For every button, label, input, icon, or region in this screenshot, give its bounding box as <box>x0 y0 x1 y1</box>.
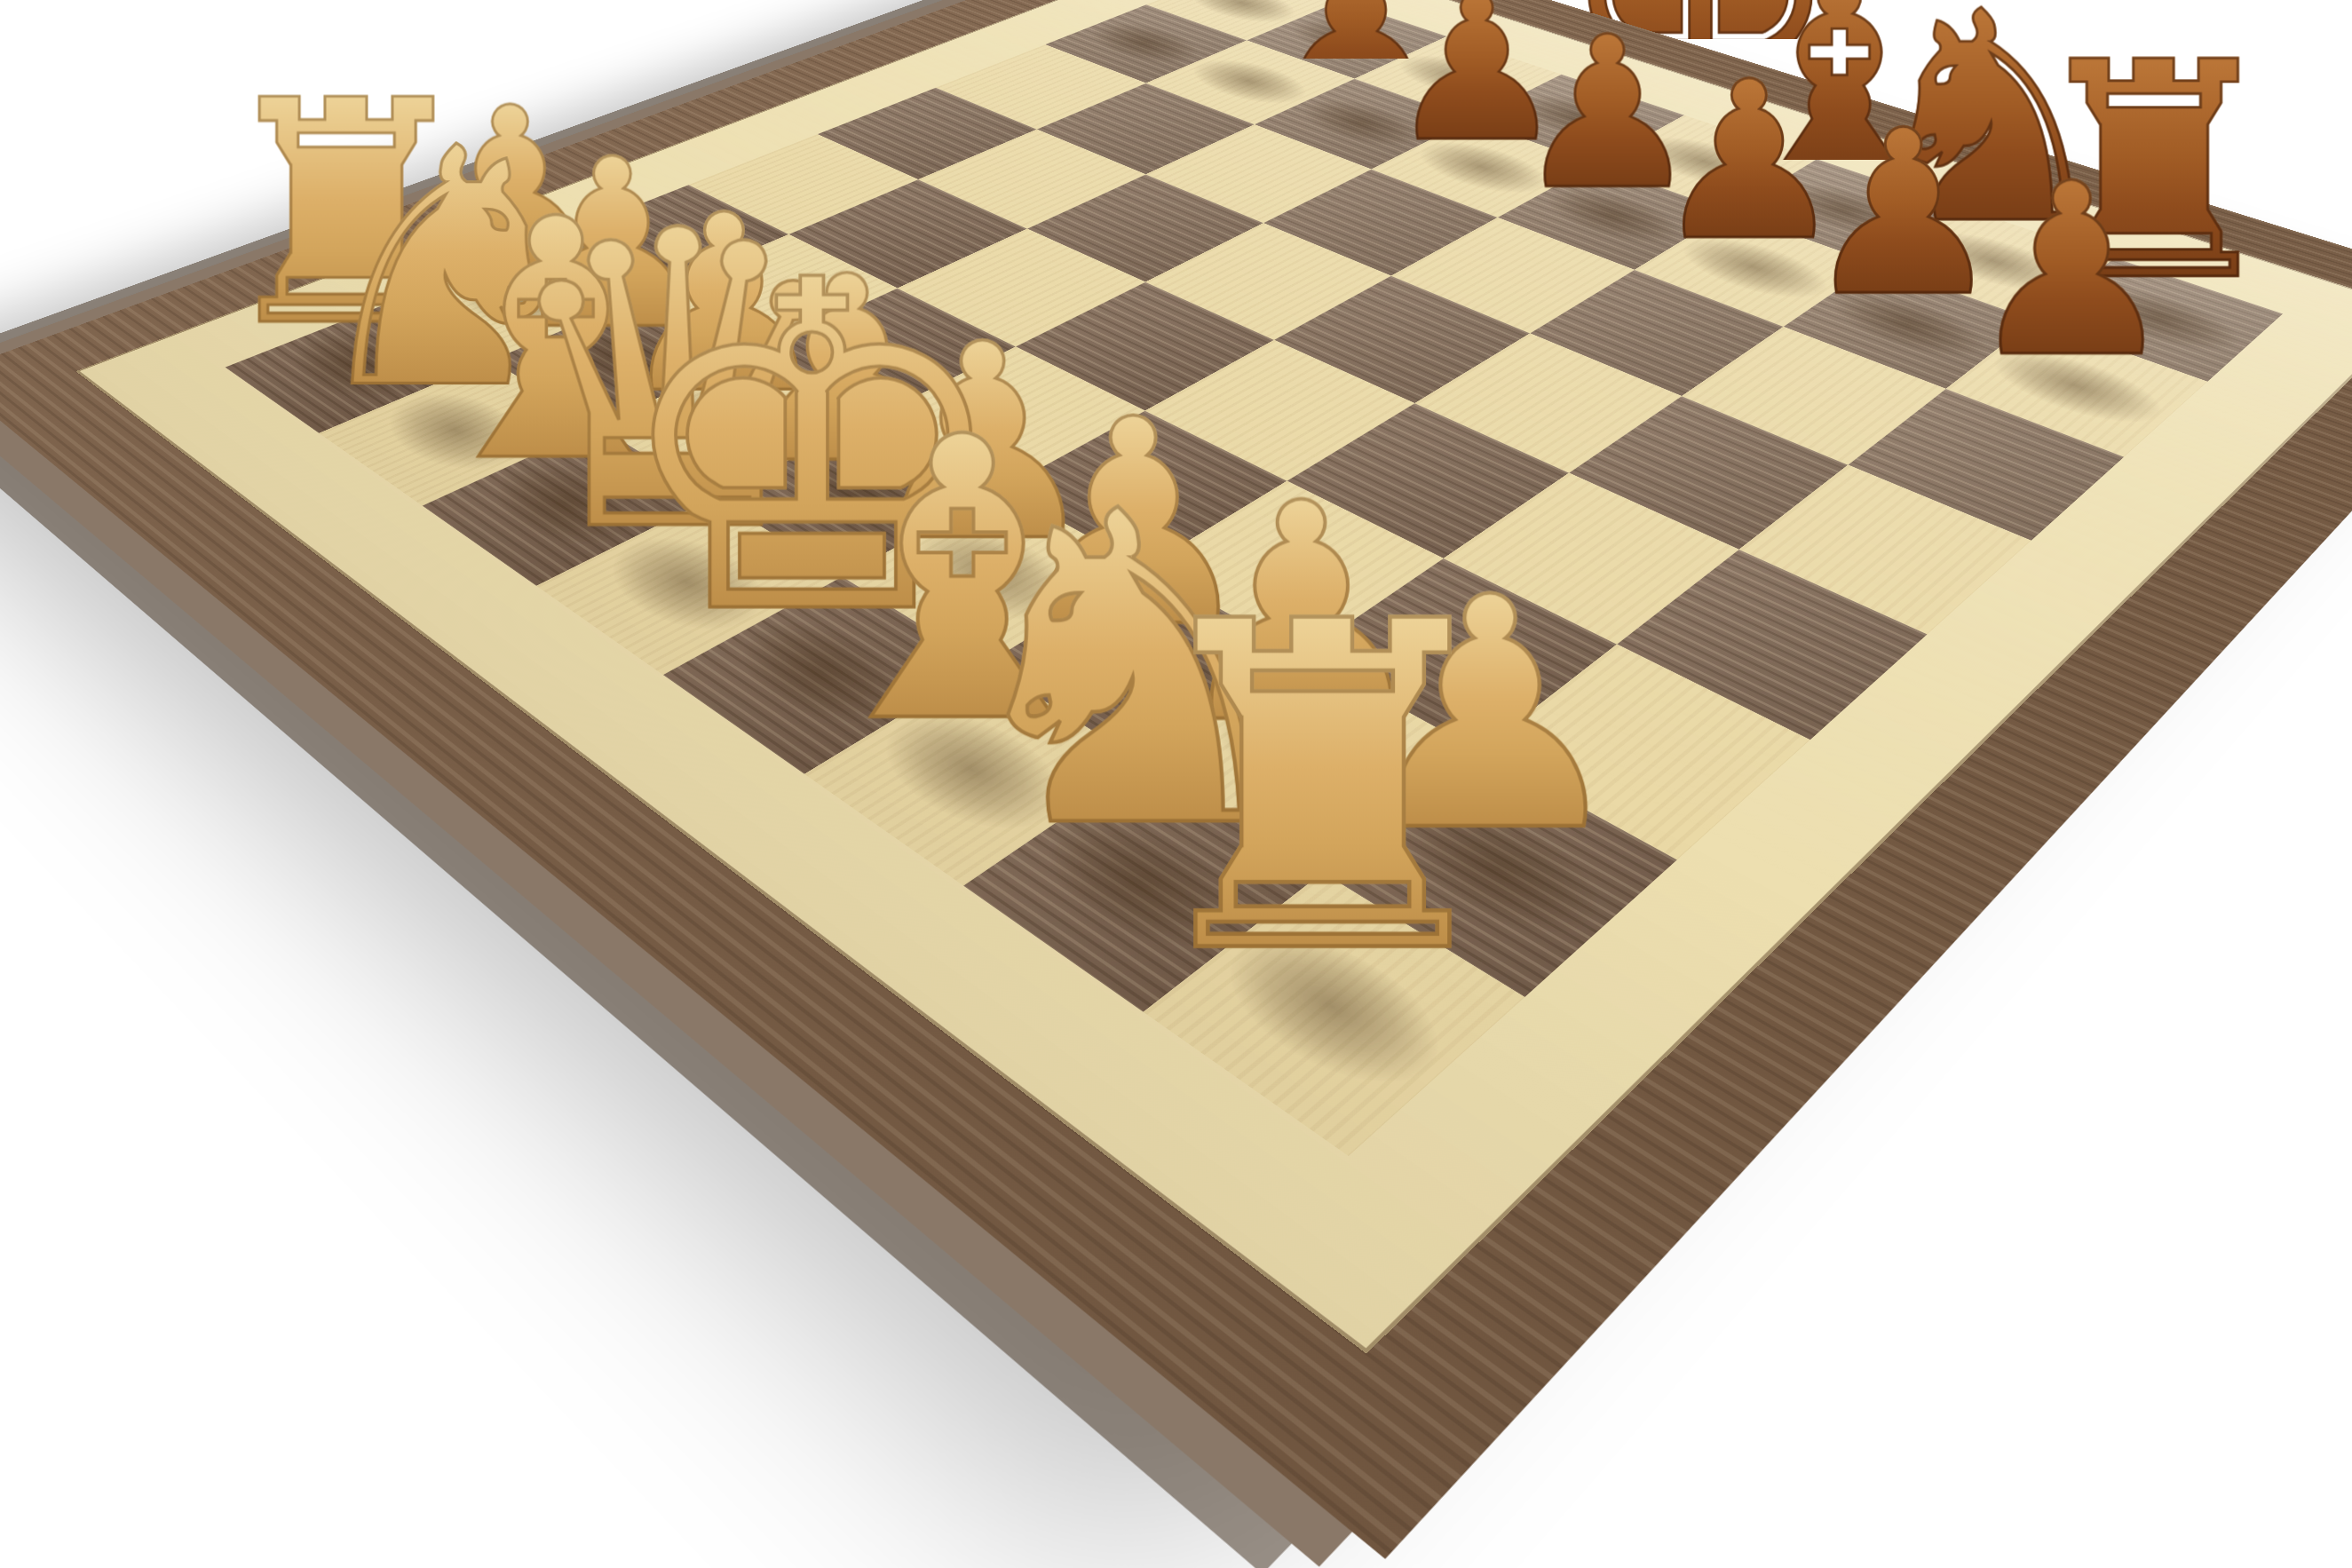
black-pawn-icon: ♟ <box>1832 152 2310 390</box>
photo-scene: ♜♞♝♛♚♝♞♜♟♟♟♟♟♟♟♟♟♟♟♟♟♟♟♟♜♞♝♛♚♝♞♜ <box>0 0 2352 1568</box>
board-walnut-frame: ♜♞♝♛♚♝♞♜♟♟♟♟♟♟♟♟♟♟♟♟♟♟♟♟♜♞♝♛♚♝♞♜ <box>0 0 2352 1559</box>
pieces-layer: ♜♞♝♛♚♝♞♜♟♟♟♟♟♟♟♟♟♟♟♟♟♟♟♟♜♞♝♛♚♝♞♜ <box>225 0 2283 1156</box>
white-rook-icon: ♜ <box>977 563 1667 1014</box>
board-maple-inlay-border: ♜♞♝♛♚♝♞♜♟♟♟♟♟♟♟♟♟♟♟♟♟♟♟♟♜♞♝♛♚♝♞♜ <box>75 0 2352 1354</box>
chess-board: ♜♞♝♛♚♝♞♜♟♟♟♟♟♟♟♟♟♟♟♟♟♟♟♟♜♞♝♛♚♝♞♜ <box>0 0 2352 1559</box>
